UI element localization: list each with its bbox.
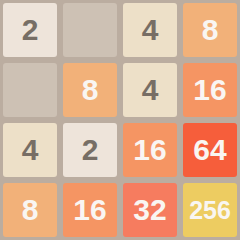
tile-8: 8 [63, 63, 117, 117]
tile-16: 16 [183, 63, 237, 117]
empty-cell [63, 3, 117, 57]
tile-2: 2 [63, 123, 117, 177]
2048-board[interactable]: 248841642166481632256 [0, 0, 240, 240]
tile-4: 4 [123, 63, 177, 117]
tile-16: 16 [63, 183, 117, 237]
tile-4: 4 [123, 3, 177, 57]
tile-2: 2 [3, 3, 57, 57]
tile-256: 256 [183, 183, 237, 237]
tile-4: 4 [3, 123, 57, 177]
tile-64: 64 [183, 123, 237, 177]
tile-16: 16 [123, 123, 177, 177]
empty-cell [3, 63, 57, 117]
tile-8: 8 [183, 3, 237, 57]
tile-32: 32 [123, 183, 177, 237]
tile-8: 8 [3, 183, 57, 237]
